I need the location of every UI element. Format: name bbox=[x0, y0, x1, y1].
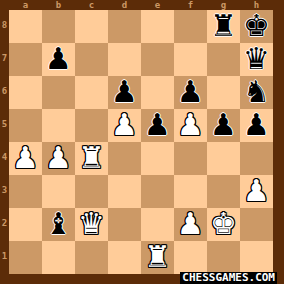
square-d3[interactable] bbox=[108, 175, 141, 208]
square-b3[interactable] bbox=[42, 175, 75, 208]
square-e4[interactable] bbox=[141, 142, 174, 175]
rank-label-1: 1 bbox=[0, 241, 9, 274]
file-label-g: g bbox=[207, 0, 240, 10]
square-f4[interactable] bbox=[174, 142, 207, 175]
chess-board-frame: abcdefgh 87654321 ♜♚♟♛♟♟♞♟♟♟♟♟♟♟♜♟♝♛♟♚♜ … bbox=[0, 0, 284, 284]
square-f8[interactable] bbox=[174, 10, 207, 43]
square-d5[interactable]: ♟ bbox=[108, 109, 141, 142]
square-d7[interactable] bbox=[108, 43, 141, 76]
square-b6[interactable] bbox=[42, 76, 75, 109]
square-e2[interactable] bbox=[141, 208, 174, 241]
rank-label-6: 6 bbox=[0, 76, 9, 109]
square-g4[interactable] bbox=[207, 142, 240, 175]
rank-labels: 87654321 bbox=[0, 10, 9, 274]
square-b7[interactable]: ♟ bbox=[42, 43, 75, 76]
black-pawn-b7[interactable]: ♟ bbox=[45, 43, 72, 75]
square-d4[interactable] bbox=[108, 142, 141, 175]
square-e7[interactable] bbox=[141, 43, 174, 76]
square-a5[interactable] bbox=[9, 109, 42, 142]
square-h4[interactable] bbox=[240, 142, 273, 175]
square-g8[interactable]: ♜ bbox=[207, 10, 240, 43]
black-pawn-e5[interactable]: ♟ bbox=[144, 109, 171, 141]
black-pawn-d6[interactable]: ♟ bbox=[111, 76, 138, 108]
square-c1[interactable] bbox=[75, 241, 108, 274]
square-b1[interactable] bbox=[42, 241, 75, 274]
square-h2[interactable] bbox=[240, 208, 273, 241]
square-h7[interactable]: ♛ bbox=[240, 43, 273, 76]
board: ♜♚♟♛♟♟♞♟♟♟♟♟♟♟♜♟♝♛♟♚♜ bbox=[9, 10, 273, 274]
square-d1[interactable] bbox=[108, 241, 141, 274]
square-a7[interactable] bbox=[9, 43, 42, 76]
white-rook-c4[interactable]: ♜ bbox=[78, 142, 105, 174]
square-g1[interactable] bbox=[207, 241, 240, 274]
square-h3[interactable]: ♟ bbox=[240, 175, 273, 208]
file-labels: abcdefgh bbox=[9, 0, 273, 10]
black-queen-h7[interactable]: ♛ bbox=[243, 43, 270, 75]
square-g6[interactable] bbox=[207, 76, 240, 109]
rank-label-4: 4 bbox=[0, 142, 9, 175]
file-label-f: f bbox=[174, 0, 207, 10]
square-f2[interactable]: ♟ bbox=[174, 208, 207, 241]
square-a4[interactable]: ♟ bbox=[9, 142, 42, 175]
square-a6[interactable] bbox=[9, 76, 42, 109]
square-a8[interactable] bbox=[9, 10, 42, 43]
rank-label-5: 5 bbox=[0, 109, 9, 142]
white-pawn-a4[interactable]: ♟ bbox=[12, 142, 39, 174]
square-g5[interactable]: ♟ bbox=[207, 109, 240, 142]
file-label-e: e bbox=[141, 0, 174, 10]
white-pawn-d5[interactable]: ♟ bbox=[111, 109, 138, 141]
file-label-b: b bbox=[42, 0, 75, 10]
square-h8[interactable]: ♚ bbox=[240, 10, 273, 43]
white-rook-e1[interactable]: ♜ bbox=[144, 241, 171, 273]
square-f3[interactable] bbox=[174, 175, 207, 208]
white-pawn-h3[interactable]: ♟ bbox=[243, 175, 270, 207]
square-g3[interactable] bbox=[207, 175, 240, 208]
square-b5[interactable] bbox=[42, 109, 75, 142]
black-king-h8[interactable]: ♚ bbox=[243, 10, 270, 42]
white-queen-c2[interactable]: ♛ bbox=[78, 208, 105, 240]
square-g7[interactable] bbox=[207, 43, 240, 76]
file-label-a: a bbox=[9, 0, 42, 10]
square-f1[interactable] bbox=[174, 241, 207, 274]
square-a1[interactable] bbox=[9, 241, 42, 274]
square-d8[interactable] bbox=[108, 10, 141, 43]
black-rook-g8[interactable]: ♜ bbox=[210, 10, 237, 42]
square-f5[interactable]: ♟ bbox=[174, 109, 207, 142]
black-pawn-f6[interactable]: ♟ bbox=[177, 76, 204, 108]
square-c3[interactable] bbox=[75, 175, 108, 208]
black-knight-h6[interactable]: ♞ bbox=[243, 76, 270, 108]
square-e1[interactable]: ♜ bbox=[141, 241, 174, 274]
square-g2[interactable]: ♚ bbox=[207, 208, 240, 241]
square-f6[interactable]: ♟ bbox=[174, 76, 207, 109]
square-c2[interactable]: ♛ bbox=[75, 208, 108, 241]
white-king-g2[interactable]: ♚ bbox=[210, 208, 237, 240]
square-a2[interactable] bbox=[9, 208, 42, 241]
square-b4[interactable]: ♟ bbox=[42, 142, 75, 175]
rank-label-3: 3 bbox=[0, 175, 9, 208]
square-e3[interactable] bbox=[141, 175, 174, 208]
square-e6[interactable] bbox=[141, 76, 174, 109]
black-pawn-h5[interactable]: ♟ bbox=[243, 109, 270, 141]
rank-label-8: 8 bbox=[0, 10, 9, 43]
square-a3[interactable] bbox=[9, 175, 42, 208]
rank-label-2: 2 bbox=[0, 208, 9, 241]
black-pawn-g5[interactable]: ♟ bbox=[210, 109, 237, 141]
square-b2[interactable]: ♝ bbox=[42, 208, 75, 241]
rank-label-7: 7 bbox=[0, 43, 9, 76]
square-f7[interactable] bbox=[174, 43, 207, 76]
file-label-c: c bbox=[75, 0, 108, 10]
square-d2[interactable] bbox=[108, 208, 141, 241]
square-e5[interactable]: ♟ bbox=[141, 109, 174, 142]
square-c6[interactable] bbox=[75, 76, 108, 109]
white-pawn-b4[interactable]: ♟ bbox=[45, 142, 72, 174]
square-h6[interactable]: ♞ bbox=[240, 76, 273, 109]
square-e8[interactable] bbox=[141, 10, 174, 43]
file-label-h: h bbox=[240, 0, 273, 10]
square-h1[interactable] bbox=[240, 241, 273, 274]
square-c7[interactable] bbox=[75, 43, 108, 76]
black-bishop-b2[interactable]: ♝ bbox=[45, 208, 72, 240]
square-c5[interactable] bbox=[75, 109, 108, 142]
site-label: CHESSGAMES.COM bbox=[180, 272, 277, 284]
square-b8[interactable] bbox=[42, 10, 75, 43]
white-pawn-f5[interactable]: ♟ bbox=[177, 109, 204, 141]
square-d6[interactable]: ♟ bbox=[108, 76, 141, 109]
white-pawn-f2[interactable]: ♟ bbox=[177, 208, 204, 240]
square-c8[interactable] bbox=[75, 10, 108, 43]
file-label-d: d bbox=[108, 0, 141, 10]
square-h5[interactable]: ♟ bbox=[240, 109, 273, 142]
square-c4[interactable]: ♜ bbox=[75, 142, 108, 175]
